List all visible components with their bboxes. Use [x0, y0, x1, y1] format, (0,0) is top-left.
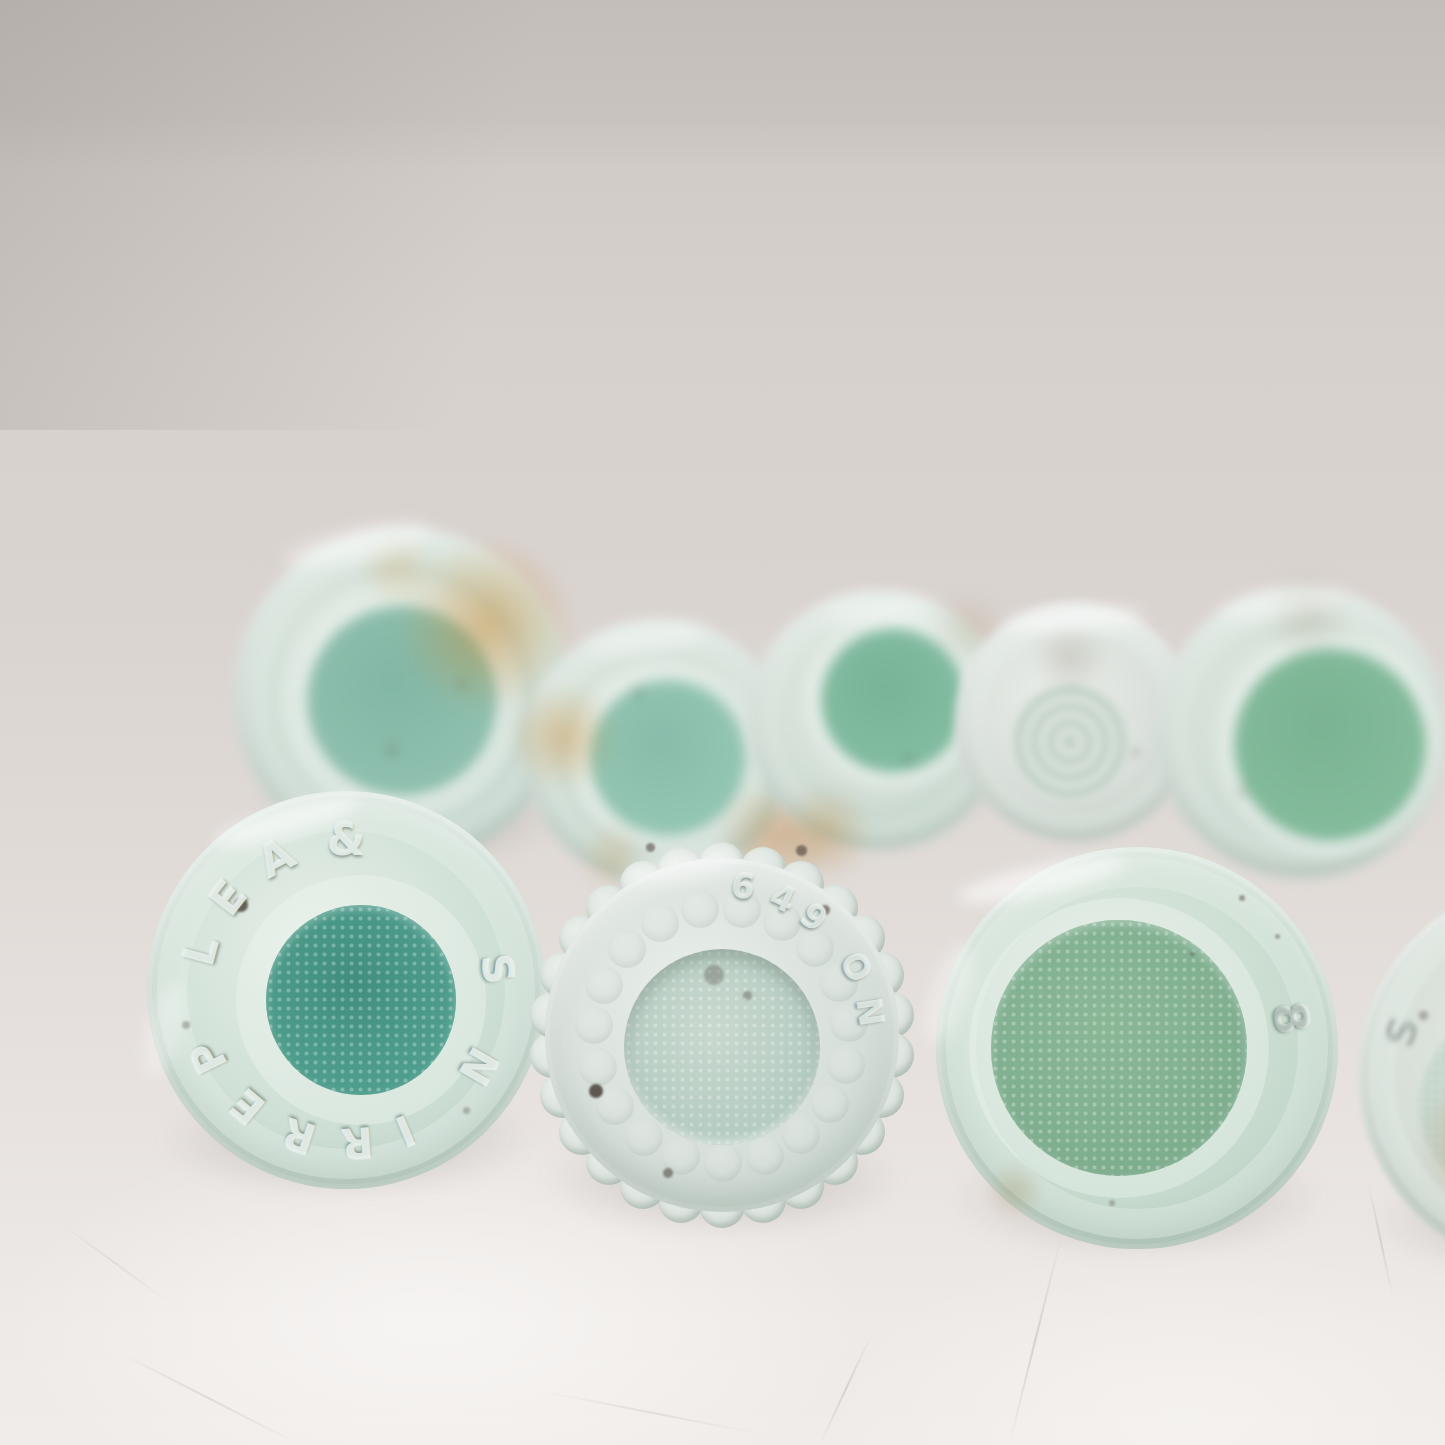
scallop-bead [625, 1118, 663, 1156]
dirt-speck [1239, 895, 1245, 901]
rust-stain [985, 1160, 1045, 1220]
dirt-speck [704, 965, 724, 985]
embossed-letter: 6 [729, 868, 757, 905]
embossed-letter: R [339, 1120, 374, 1164]
surface-scratch-line [120, 1352, 301, 1445]
dirt-speck [663, 1168, 673, 1178]
embossed-letter: N [851, 995, 889, 1028]
frosted-glass-center [266, 905, 456, 1095]
dirt-speck [743, 991, 752, 1000]
embossed-letter: & [327, 818, 365, 862]
stopper-back-right [1156, 586, 1445, 878]
stopper-front-right: 8 [936, 847, 1338, 1249]
stopper-scene: LEA&PERRINS649ON8S [0, 0, 1445, 1445]
scallop-bead [641, 904, 679, 942]
rust-stain [508, 682, 618, 792]
dirt-speck [387, 745, 397, 755]
scallop-bead [811, 1085, 849, 1123]
stopper-front-scalloped: 649ON [529, 842, 915, 1228]
dirt-speck [634, 688, 643, 697]
stopper-front-lea-perrins: LEA&PERRINS [147, 791, 545, 1189]
scallop-bead [704, 1144, 742, 1182]
dirt-speck [1275, 934, 1280, 939]
surface-scratch-line [818, 1333, 873, 1445]
scallop-bead [746, 1137, 784, 1175]
surface-scratch-line [59, 1222, 170, 1304]
frosted-glass-center [1234, 648, 1426, 840]
dirt-speck [1419, 1011, 1428, 1020]
dirt-speck [1238, 788, 1246, 796]
dirt-speck [589, 1084, 603, 1098]
dirt-speck [1132, 749, 1139, 756]
dirt-speck [458, 681, 466, 689]
photo-stage: LEA&PERRINS649ON8S [0, 0, 1445, 1445]
scallop-bead [608, 930, 646, 968]
scallop-bead [681, 890, 719, 928]
dirt-speck [904, 756, 912, 764]
dirt-speck [646, 843, 655, 852]
embossed-letter: S [474, 951, 520, 987]
scallop-bead [585, 966, 623, 1004]
dirt-speck [1109, 1200, 1115, 1206]
dirt-speck [796, 845, 807, 856]
swirl-center [1010, 682, 1130, 802]
surface-scratch-line [1008, 1233, 1063, 1445]
surface-scratch-line [540, 1390, 760, 1435]
dirt-speck [182, 1021, 190, 1029]
dirt-speck [1190, 951, 1195, 956]
frosted-glass-center [991, 920, 1247, 1176]
dirt-speck [463, 1107, 470, 1114]
